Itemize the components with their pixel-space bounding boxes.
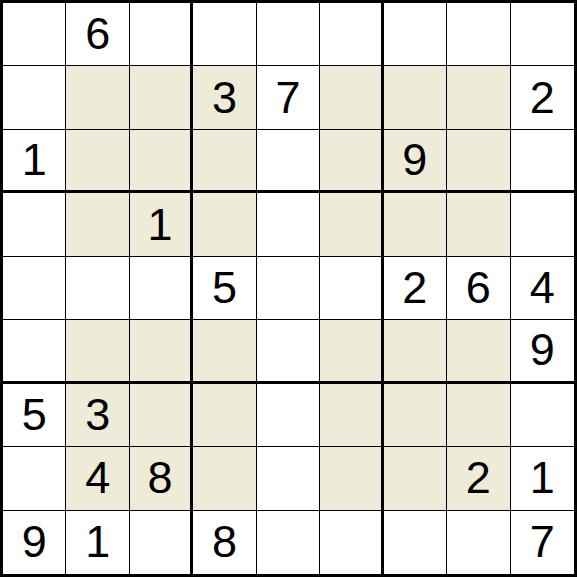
cell-r7c5[interactable]: [257, 384, 320, 447]
cell-r2c7[interactable]: [384, 66, 447, 129]
cell-r4c2[interactable]: [66, 193, 129, 256]
cell-r9c2[interactable]: 1: [66, 511, 129, 574]
cell-r1c5[interactable]: [257, 3, 320, 66]
cell-r9c1[interactable]: 9: [3, 511, 66, 574]
cell-r6c3[interactable]: [130, 320, 193, 383]
cell-r3c7[interactable]: 9: [384, 130, 447, 193]
cell-r9c4[interactable]: 8: [193, 511, 256, 574]
cell-r5c2[interactable]: [66, 257, 129, 320]
cell-r8c5[interactable]: [257, 447, 320, 510]
cell-r1c3[interactable]: [130, 3, 193, 66]
cell-r9c3[interactable]: [130, 511, 193, 574]
cell-r9c5[interactable]: [257, 511, 320, 574]
cell-r2c6[interactable]: [320, 66, 383, 129]
cell-r7c7[interactable]: [384, 384, 447, 447]
cell-r7c8[interactable]: [447, 384, 510, 447]
cell-r2c1[interactable]: [3, 66, 66, 129]
cell-r6c4[interactable]: [193, 320, 256, 383]
cell-r8c1[interactable]: [3, 447, 66, 510]
cell-r3c9[interactable]: [511, 130, 574, 193]
cell-r4c4[interactable]: [193, 193, 256, 256]
cell-r3c1[interactable]: 1: [3, 130, 66, 193]
cell-r8c2[interactable]: 4: [66, 447, 129, 510]
cell-r8c8[interactable]: 2: [447, 447, 510, 510]
cell-r8c6[interactable]: [320, 447, 383, 510]
cell-r2c2[interactable]: [66, 66, 129, 129]
cell-r4c8[interactable]: [447, 193, 510, 256]
cell-r1c6[interactable]: [320, 3, 383, 66]
cell-r4c6[interactable]: [320, 193, 383, 256]
cell-r8c7[interactable]: [384, 447, 447, 510]
cell-r5c9[interactable]: 4: [511, 257, 574, 320]
cell-r2c3[interactable]: [130, 66, 193, 129]
cell-r5c6[interactable]: [320, 257, 383, 320]
sudoku-board: 6372191526495348219187: [0, 0, 577, 577]
cell-r9c9[interactable]: 7: [511, 511, 574, 574]
cell-r4c5[interactable]: [257, 193, 320, 256]
cell-r9c7[interactable]: [384, 511, 447, 574]
cell-r4c3[interactable]: 1: [130, 193, 193, 256]
cell-r2c9[interactable]: 2: [511, 66, 574, 129]
cell-r7c2[interactable]: 3: [66, 384, 129, 447]
cell-r2c4[interactable]: 3: [193, 66, 256, 129]
cell-r6c2[interactable]: [66, 320, 129, 383]
cell-r3c5[interactable]: [257, 130, 320, 193]
cell-r6c9[interactable]: 9: [511, 320, 574, 383]
cell-r7c1[interactable]: 5: [3, 384, 66, 447]
cell-r5c3[interactable]: [130, 257, 193, 320]
cell-r9c6[interactable]: [320, 511, 383, 574]
cell-r5c5[interactable]: [257, 257, 320, 320]
cell-r6c8[interactable]: [447, 320, 510, 383]
cell-r1c4[interactable]: [193, 3, 256, 66]
cell-r3c8[interactable]: [447, 130, 510, 193]
cell-r4c1[interactable]: [3, 193, 66, 256]
cell-r3c4[interactable]: [193, 130, 256, 193]
cell-r7c6[interactable]: [320, 384, 383, 447]
cell-r9c8[interactable]: [447, 511, 510, 574]
cell-r3c6[interactable]: [320, 130, 383, 193]
cell-r5c1[interactable]: [3, 257, 66, 320]
cell-r5c7[interactable]: 2: [384, 257, 447, 320]
cell-r1c9[interactable]: [511, 3, 574, 66]
cell-r5c8[interactable]: 6: [447, 257, 510, 320]
cell-r4c9[interactable]: [511, 193, 574, 256]
cell-r5c4[interactable]: 5: [193, 257, 256, 320]
cell-r1c8[interactable]: [447, 3, 510, 66]
cell-r6c5[interactable]: [257, 320, 320, 383]
cell-r1c2[interactable]: 6: [66, 3, 129, 66]
cell-r1c7[interactable]: [384, 3, 447, 66]
cell-r2c8[interactable]: [447, 66, 510, 129]
cell-r3c3[interactable]: [130, 130, 193, 193]
cell-r8c9[interactable]: 1: [511, 447, 574, 510]
cell-r6c7[interactable]: [384, 320, 447, 383]
cell-r7c3[interactable]: [130, 384, 193, 447]
cell-r1c1[interactable]: [3, 3, 66, 66]
cell-r2c5[interactable]: 7: [257, 66, 320, 129]
cell-r7c9[interactable]: [511, 384, 574, 447]
cell-r7c4[interactable]: [193, 384, 256, 447]
cell-r6c6[interactable]: [320, 320, 383, 383]
cell-r8c4[interactable]: [193, 447, 256, 510]
cell-r8c3[interactable]: 8: [130, 447, 193, 510]
cell-r4c7[interactable]: [384, 193, 447, 256]
cell-r6c1[interactable]: [3, 320, 66, 383]
cell-r3c2[interactable]: [66, 130, 129, 193]
